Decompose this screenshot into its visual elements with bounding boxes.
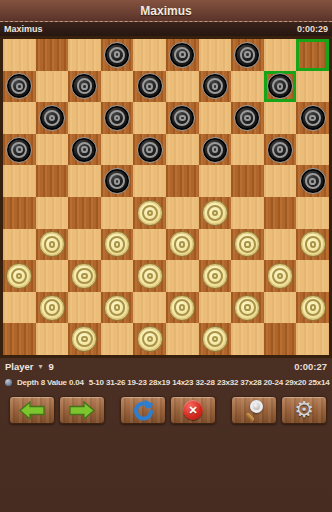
square-r4c8[interactable] <box>231 134 264 166</box>
square-r1c10[interactable] <box>296 39 329 71</box>
white-piece[interactable] <box>137 200 163 226</box>
square-r2c3[interactable] <box>68 71 101 103</box>
black-piece[interactable] <box>169 105 195 131</box>
square-r1c8[interactable] <box>231 39 264 71</box>
square-r8c8[interactable] <box>231 260 264 292</box>
square-r9c10[interactable] <box>296 292 329 324</box>
square-r3c2[interactable] <box>36 102 69 134</box>
black-piece[interactable] <box>169 42 195 68</box>
square-r7c10[interactable] <box>296 229 329 261</box>
square-r1c1[interactable] <box>3 39 36 71</box>
square-r4c10[interactable] <box>296 134 329 166</box>
square-r10c5[interactable] <box>133 323 166 355</box>
move-number: 9 <box>49 361 54 372</box>
square-r8c6[interactable] <box>166 260 199 292</box>
square-r6c4[interactable] <box>101 197 134 229</box>
square-r7c6[interactable] <box>166 229 199 261</box>
black-piece[interactable] <box>300 105 326 131</box>
square-r8c7[interactable] <box>199 260 232 292</box>
square-r2c6[interactable] <box>166 71 199 103</box>
square-r1c6[interactable] <box>166 39 199 71</box>
square-r3c8[interactable] <box>231 102 264 134</box>
square-r7c3[interactable] <box>68 229 101 261</box>
white-piece[interactable] <box>234 295 260 321</box>
square-r4c4[interactable] <box>101 134 134 166</box>
square-r5c4[interactable] <box>101 165 134 197</box>
redo-arrow-icon <box>69 401 95 420</box>
square-r8c9[interactable] <box>264 260 297 292</box>
square-r7c8[interactable] <box>231 229 264 261</box>
square-r4c5[interactable] <box>133 134 166 166</box>
square-r8c10[interactable] <box>296 260 329 292</box>
square-r8c2[interactable] <box>36 260 69 292</box>
undo-arrow-icon <box>19 401 45 420</box>
white-piece[interactable] <box>300 231 326 257</box>
square-r5c6[interactable] <box>166 165 199 197</box>
square-r1c3[interactable] <box>68 39 101 71</box>
square-r3c10[interactable] <box>296 102 329 134</box>
black-piece[interactable] <box>6 137 32 163</box>
square-r4c3[interactable] <box>68 134 101 166</box>
restart-button[interactable] <box>120 396 166 424</box>
black-piece[interactable] <box>71 137 97 163</box>
square-r2c1[interactable] <box>3 71 36 103</box>
square-r10c2[interactable] <box>36 323 69 355</box>
square-r7c9[interactable] <box>264 229 297 261</box>
square-r10c4[interactable] <box>101 323 134 355</box>
square-r9c6[interactable] <box>166 292 199 324</box>
white-piece[interactable] <box>202 326 228 352</box>
black-piece[interactable] <box>137 137 163 163</box>
square-r5c8[interactable] <box>231 165 264 197</box>
engine-name-label: Maximus <box>4 24 43 34</box>
square-r2c8[interactable] <box>231 71 264 103</box>
player-bar: Player ▾ 9 0:00:27 <box>0 358 332 375</box>
square-r10c7[interactable] <box>199 323 232 355</box>
status-bar: Maximus 0:00:29 <box>0 22 332 36</box>
white-piece[interactable] <box>169 295 195 321</box>
magnifier-icon <box>243 399 265 421</box>
undo-button[interactable] <box>9 396 55 424</box>
engine-bullet-icon <box>5 379 12 386</box>
square-r6c7[interactable] <box>199 197 232 229</box>
white-piece[interactable] <box>39 295 65 321</box>
square-r7c4[interactable] <box>101 229 134 261</box>
white-piece[interactable] <box>267 263 293 289</box>
square-r2c5[interactable] <box>133 71 166 103</box>
square-r2c9[interactable] <box>264 71 297 103</box>
white-piece[interactable] <box>6 263 32 289</box>
square-r7c5[interactable] <box>133 229 166 261</box>
board[interactable] <box>0 36 332 358</box>
square-r3c1[interactable] <box>3 102 36 134</box>
square-r8c3[interactable] <box>68 260 101 292</box>
square-r7c7[interactable] <box>199 229 232 261</box>
white-piece[interactable] <box>39 231 65 257</box>
black-piece[interactable] <box>104 168 130 194</box>
square-r1c2[interactable] <box>36 39 69 71</box>
square-r6c10[interactable] <box>296 197 329 229</box>
square-r6c8[interactable] <box>231 197 264 229</box>
black-clock: 0:00:29 <box>297 24 328 34</box>
square-r8c5[interactable] <box>133 260 166 292</box>
square-r10c8[interactable] <box>231 323 264 355</box>
square-r8c1[interactable] <box>3 260 36 292</box>
engine-analysis-row: Depth 8 Value 0.04 5-10 31-26 19-23 28x1… <box>0 375 332 389</box>
gear-icon: ⚙ <box>294 399 314 421</box>
square-r3c4[interactable] <box>101 102 134 134</box>
square-r1c7[interactable] <box>199 39 232 71</box>
square-r3c3[interactable] <box>68 102 101 134</box>
square-r4c2[interactable] <box>36 134 69 166</box>
square-r7c1[interactable] <box>3 229 36 261</box>
black-piece[interactable] <box>267 137 293 163</box>
stop-cross-icon: ✕ <box>183 400 203 420</box>
square-r5c10[interactable] <box>296 165 329 197</box>
square-r2c10[interactable] <box>296 71 329 103</box>
square-r10c6[interactable] <box>166 323 199 355</box>
engine-depth-value: Depth 8 Value 0.04 <box>17 378 84 387</box>
black-piece[interactable] <box>104 105 130 131</box>
square-r10c10[interactable] <box>296 323 329 355</box>
square-r6c9[interactable] <box>264 197 297 229</box>
white-piece[interactable] <box>71 326 97 352</box>
square-r2c4[interactable] <box>101 71 134 103</box>
square-r9c2[interactable] <box>36 292 69 324</box>
square-r1c4[interactable] <box>101 39 134 71</box>
white-piece[interactable] <box>104 295 130 321</box>
square-r6c6[interactable] <box>166 197 199 229</box>
white-piece[interactable] <box>300 295 326 321</box>
square-r5c3[interactable] <box>68 165 101 197</box>
player-dropdown[interactable]: Player <box>5 361 34 372</box>
square-r3c6[interactable] <box>166 102 199 134</box>
black-piece[interactable] <box>104 42 130 68</box>
chevron-down-icon[interactable]: ▾ <box>39 362 43 371</box>
square-r9c5[interactable] <box>133 292 166 324</box>
square-r5c1[interactable] <box>3 165 36 197</box>
engine-principal-variation: 5-10 31-26 19-23 28x19 14x23 32-28 23x32… <box>89 378 330 387</box>
black-piece[interactable] <box>6 73 32 99</box>
white-piece[interactable] <box>137 326 163 352</box>
white-clock: 0:00:27 <box>294 361 327 372</box>
square-r10c9[interactable] <box>264 323 297 355</box>
hint-button[interactable] <box>231 396 277 424</box>
square-r8c4[interactable] <box>101 260 134 292</box>
square-r7c2[interactable] <box>36 229 69 261</box>
stop-button[interactable]: ✕ <box>170 396 216 424</box>
black-piece[interactable] <box>39 105 65 131</box>
white-piece[interactable] <box>202 200 228 226</box>
square-r9c4[interactable] <box>101 292 134 324</box>
square-r6c1[interactable] <box>3 197 36 229</box>
black-piece[interactable] <box>234 105 260 131</box>
square-r9c1[interactable] <box>3 292 36 324</box>
square-r4c9[interactable] <box>264 134 297 166</box>
square-r5c7[interactable] <box>199 165 232 197</box>
black-piece[interactable] <box>202 137 228 163</box>
square-r4c6[interactable] <box>166 134 199 166</box>
black-piece[interactable] <box>71 73 97 99</box>
square-r2c7[interactable] <box>199 71 232 103</box>
square-r6c3[interactable] <box>68 197 101 229</box>
black-piece[interactable] <box>202 73 228 99</box>
square-r5c9[interactable] <box>264 165 297 197</box>
refresh-arrow-icon <box>131 398 155 422</box>
toolbar: ✕ ⚙ <box>0 396 332 424</box>
square-r9c3[interactable] <box>68 292 101 324</box>
settings-button[interactable]: ⚙ <box>281 396 327 424</box>
square-r10c3[interactable] <box>68 323 101 355</box>
square-r6c5[interactable] <box>133 197 166 229</box>
black-piece[interactable] <box>137 73 163 99</box>
square-r5c5[interactable] <box>133 165 166 197</box>
square-r2c2[interactable] <box>36 71 69 103</box>
square-r10c1[interactable] <box>3 323 36 355</box>
black-piece[interactable] <box>234 42 260 68</box>
square-r6c2[interactable] <box>36 197 69 229</box>
black-piece[interactable] <box>300 168 326 194</box>
title-bar: Maximus <box>0 0 332 22</box>
square-r3c7[interactable] <box>199 102 232 134</box>
square-r9c7[interactable] <box>199 292 232 324</box>
white-piece[interactable] <box>202 263 228 289</box>
white-piece[interactable] <box>104 231 130 257</box>
app-window: Maximus Maximus 0:00:29 Player ▾ 9 0:00:… <box>0 0 332 512</box>
redo-button[interactable] <box>59 396 105 424</box>
white-piece[interactable] <box>169 231 195 257</box>
square-r4c1[interactable] <box>3 134 36 166</box>
square-r1c5[interactable] <box>133 39 166 71</box>
square-r1c9[interactable] <box>264 39 297 71</box>
black-piece[interactable] <box>267 73 293 99</box>
square-r3c9[interactable] <box>264 102 297 134</box>
square-r4c7[interactable] <box>199 134 232 166</box>
square-r5c2[interactable] <box>36 165 69 197</box>
app-title: Maximus <box>140 4 191 18</box>
square-r9c8[interactable] <box>231 292 264 324</box>
white-piece[interactable] <box>71 263 97 289</box>
square-r9c9[interactable] <box>264 292 297 324</box>
square-r3c5[interactable] <box>133 102 166 134</box>
white-piece[interactable] <box>234 231 260 257</box>
white-piece[interactable] <box>137 263 163 289</box>
